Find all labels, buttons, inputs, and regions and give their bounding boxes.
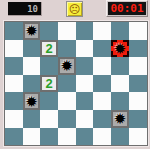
cell-r2c4[interactable] [58,40,76,58]
cell-r2c5[interactable] [76,40,94,58]
cell-r5c6[interactable] [93,92,111,110]
cell-r2c6[interactable] [93,40,111,58]
cell-r4c6[interactable] [93,75,111,93]
cell-r6c6[interactable] [93,110,111,128]
mine-icon: ✹ [25,23,38,38]
cell-r5c5[interactable] [76,92,94,110]
number-label: 2 [46,42,53,55]
board: ✹2✹✹2✹✹ [4,21,148,146]
cell-r7c4[interactable] [58,128,76,146]
cell-r2c2[interactable] [23,40,41,58]
cell-r7c7[interactable] [111,128,129,146]
cell-r2c8[interactable] [129,40,147,58]
cell-r3c7[interactable] [111,57,129,75]
cell-r3c6[interactable] [93,57,111,75]
mine-counter: 10 [8,2,42,16]
cell-r1c2[interactable]: ✹ [23,22,41,40]
cell-r3c2[interactable] [23,57,41,75]
cell-r4c4[interactable] [58,75,76,93]
cell-r4c8[interactable] [129,75,147,93]
cell-r1c3[interactable] [40,22,58,40]
cell-r3c4[interactable]: ✹ [58,57,76,75]
cell-r5c1[interactable] [5,92,23,110]
cell-r6c3[interactable] [40,110,58,128]
cell-r4c5[interactable] [76,75,94,93]
timer-display: 00:01 [108,2,146,15]
cell-r5c4[interactable] [58,92,76,110]
cell-r2c1[interactable] [5,40,23,58]
cell-r6c4[interactable] [58,110,76,128]
cell-r5c3[interactable] [40,92,58,110]
timer-bezel: 00:01 [106,0,148,17]
cell-r2c7[interactable]: ✹ [111,40,129,58]
cell-r1c7[interactable] [111,22,129,40]
mine-icon: ✹ [61,58,74,73]
cell-r7c2[interactable] [23,128,41,146]
cell-r5c7[interactable] [111,92,129,110]
cell-r4c2[interactable] [23,75,41,93]
cell-r7c1[interactable] [5,128,23,146]
cell-r1c1[interactable] [5,22,23,40]
cell-r5c2[interactable]: ✹ [23,92,41,110]
cell-r5c8[interactable] [129,92,147,110]
cell-r4c7[interactable] [111,75,129,93]
cell-r4c3[interactable]: 2 [40,75,58,93]
cell-r1c8[interactable] [129,22,147,40]
cell-r3c3[interactable] [40,57,58,75]
hud: 10 ☹ 00:01 [0,0,150,21]
face-button[interactable]: ☹ [66,1,83,17]
cell-r6c8[interactable] [129,110,147,128]
cell-r1c5[interactable] [76,22,94,40]
cell-r6c2[interactable] [23,110,41,128]
cell-r6c1[interactable] [5,110,23,128]
cell-r3c1[interactable] [5,57,23,75]
number-label: 2 [46,77,53,90]
cell-r6c7[interactable]: ✹ [111,110,129,128]
cell-r3c8[interactable] [129,57,147,75]
cell-r6c5[interactable] [76,110,94,128]
sad-face-icon: ☹ [69,4,80,15]
cell-r1c4[interactable] [58,22,76,40]
cell-r7c5[interactable] [76,128,94,146]
mine-icon: ✹ [25,94,38,109]
cell-r7c8[interactable] [129,128,147,146]
cell-r7c6[interactable] [93,128,111,146]
cell-r2c3[interactable]: 2 [40,40,58,58]
exploded-mine-icon: ✹ [114,41,127,56]
cell-r3c5[interactable] [76,57,94,75]
cell-r1c6[interactable] [93,22,111,40]
mine-icon: ✹ [114,111,127,126]
cell-r4c1[interactable] [5,75,23,93]
cell-r7c3[interactable] [40,128,58,146]
